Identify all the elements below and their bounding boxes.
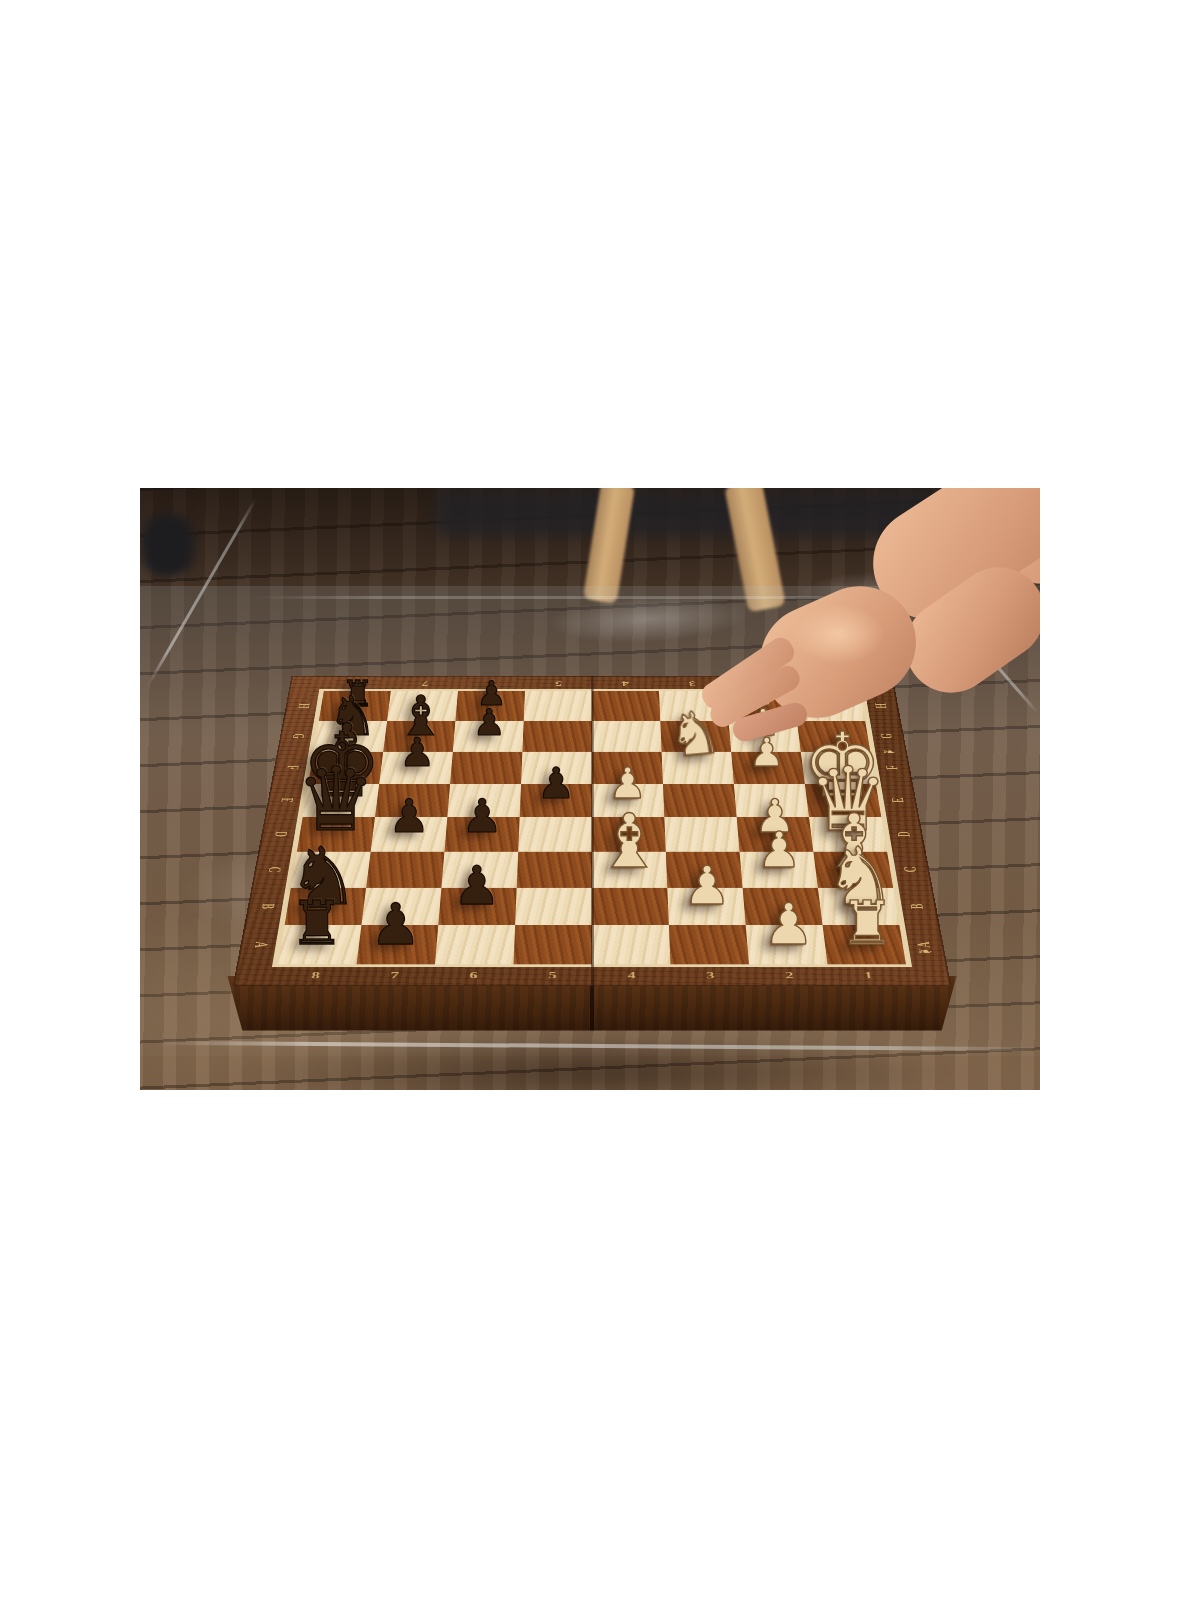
- page: HH88GG77FF66EE55DD44CC33BB22AA11❧❧ ♜♟♟♜♞…: [0, 0, 1200, 1600]
- photo-of-chess-scene: HH88GG77FF66EE55DD44CC33BB22AA11❧❧ ♜♟♟♜♞…: [140, 488, 1040, 1090]
- hand-knuckle-highlight: [792, 604, 884, 664]
- arm-and-hand: [140, 488, 1040, 1090]
